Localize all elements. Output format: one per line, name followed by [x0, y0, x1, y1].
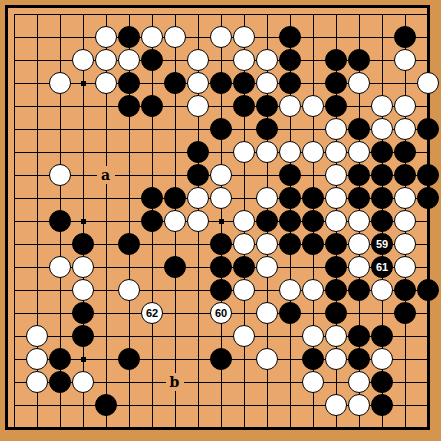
black-stone — [210, 233, 232, 255]
white-stone — [233, 49, 255, 71]
white-stone — [302, 371, 324, 393]
white-stone — [394, 256, 416, 278]
black-stone — [49, 371, 71, 393]
black-stone — [210, 256, 232, 278]
white-stone — [279, 279, 301, 301]
black-stone — [325, 256, 347, 278]
white-stone — [325, 325, 347, 347]
black-stone — [325, 233, 347, 255]
black-stone — [279, 302, 301, 324]
black-stone — [279, 187, 301, 209]
white-stone — [325, 210, 347, 232]
black-stone — [394, 279, 416, 301]
black-stone — [279, 233, 301, 255]
white-stone — [26, 371, 48, 393]
black-stone — [118, 95, 140, 117]
black-stone — [256, 118, 278, 140]
white-stone — [141, 26, 163, 48]
black-stone — [348, 325, 370, 347]
grid-line-horizontal — [14, 428, 429, 429]
white-stone — [256, 72, 278, 94]
white-stone — [325, 348, 347, 370]
black-stone — [233, 256, 255, 278]
star-point — [81, 357, 86, 362]
white-stone — [164, 26, 186, 48]
white-stone — [118, 279, 140, 301]
black-stone — [348, 118, 370, 140]
black-stone — [302, 187, 324, 209]
white-stone — [371, 348, 393, 370]
white-stone — [394, 210, 416, 232]
black-stone — [164, 187, 186, 209]
white-stone — [233, 233, 255, 255]
black-stone-move-61: 61 — [371, 256, 393, 278]
white-stone — [256, 233, 278, 255]
black-stone — [210, 348, 232, 370]
white-stone — [348, 141, 370, 163]
white-stone — [210, 164, 232, 186]
white-stone — [187, 95, 209, 117]
black-stone — [279, 210, 301, 232]
black-stone — [141, 95, 163, 117]
white-stone — [325, 118, 347, 140]
black-stone — [394, 164, 416, 186]
black-stone — [348, 348, 370, 370]
white-stone — [118, 49, 140, 71]
black-stone — [417, 164, 439, 186]
black-stone — [325, 72, 347, 94]
white-stone — [371, 279, 393, 301]
black-stone — [348, 164, 370, 186]
black-stone — [394, 26, 416, 48]
black-stone — [210, 118, 232, 140]
black-stone — [49, 210, 71, 232]
black-stone — [118, 348, 140, 370]
black-stone — [302, 210, 324, 232]
white-stone — [417, 72, 439, 94]
white-stone — [187, 210, 209, 232]
white-stone — [348, 394, 370, 416]
black-stone — [417, 118, 439, 140]
white-stone — [394, 233, 416, 255]
white-stone — [325, 394, 347, 416]
black-stone — [187, 141, 209, 163]
white-stone — [302, 95, 324, 117]
black-stone — [95, 394, 117, 416]
black-stone — [72, 325, 94, 347]
white-stone — [348, 72, 370, 94]
white-stone — [348, 371, 370, 393]
white-stone — [72, 371, 94, 393]
white-stone — [256, 302, 278, 324]
black-stone — [118, 72, 140, 94]
white-stone — [233, 279, 255, 301]
white-stone — [187, 49, 209, 71]
white-stone — [371, 118, 393, 140]
black-stone — [302, 348, 324, 370]
black-stone — [371, 371, 393, 393]
white-stone — [187, 72, 209, 94]
black-stone — [302, 233, 324, 255]
white-stone — [164, 210, 186, 232]
white-stone — [210, 26, 232, 48]
black-stone — [141, 49, 163, 71]
white-stone — [325, 141, 347, 163]
black-stone — [348, 279, 370, 301]
white-stone — [233, 210, 255, 232]
white-stone — [302, 279, 324, 301]
white-stone — [72, 256, 94, 278]
black-stone — [325, 49, 347, 71]
black-stone — [394, 302, 416, 324]
white-stone — [279, 95, 301, 117]
black-stone — [279, 49, 301, 71]
black-stone — [348, 49, 370, 71]
point-label-a: a — [97, 166, 115, 184]
white-stone — [210, 187, 232, 209]
white-stone — [233, 141, 255, 163]
black-stone — [325, 95, 347, 117]
white-stone — [72, 279, 94, 301]
black-stone — [118, 26, 140, 48]
black-stone — [164, 72, 186, 94]
black-stone — [371, 394, 393, 416]
white-stone — [95, 49, 117, 71]
star-point — [81, 219, 86, 224]
white-stone — [302, 141, 324, 163]
star-point — [219, 219, 224, 224]
black-stone — [72, 233, 94, 255]
white-stone — [49, 164, 71, 186]
white-stone — [95, 26, 117, 48]
point-label-b: b — [166, 373, 184, 391]
white-stone — [26, 325, 48, 347]
white-stone — [256, 141, 278, 163]
white-stone — [72, 49, 94, 71]
board-grid: 59616260ab — [0, 0, 441, 441]
go-board: 59616260ab — [0, 0, 441, 441]
black-stone — [371, 210, 393, 232]
black-stone — [187, 164, 209, 186]
white-stone-move-62: 62 — [141, 302, 163, 324]
black-stone-move-59: 59 — [371, 233, 393, 255]
black-stone — [371, 187, 393, 209]
black-stone — [279, 26, 301, 48]
black-stone — [279, 164, 301, 186]
white-stone — [348, 256, 370, 278]
white-stone — [49, 72, 71, 94]
black-stone — [164, 256, 186, 278]
white-stone — [394, 49, 416, 71]
white-stone — [348, 233, 370, 255]
black-stone — [394, 141, 416, 163]
black-stone — [141, 187, 163, 209]
black-stone — [49, 348, 71, 370]
white-stone — [233, 325, 255, 347]
black-stone — [371, 141, 393, 163]
black-stone — [210, 279, 232, 301]
white-stone — [394, 118, 416, 140]
white-stone — [187, 187, 209, 209]
white-stone — [279, 141, 301, 163]
black-stone — [210, 72, 232, 94]
white-stone — [348, 210, 370, 232]
black-stone — [256, 95, 278, 117]
black-stone — [118, 233, 140, 255]
black-stone — [72, 302, 94, 324]
white-stone — [256, 187, 278, 209]
white-stone — [325, 164, 347, 186]
black-stone — [371, 325, 393, 347]
black-stone — [279, 72, 301, 94]
white-stone — [371, 95, 393, 117]
black-stone — [233, 72, 255, 94]
white-stone — [26, 348, 48, 370]
white-stone — [302, 325, 324, 347]
white-stone — [394, 95, 416, 117]
black-stone — [233, 95, 255, 117]
black-stone — [325, 302, 347, 324]
white-stone — [256, 348, 278, 370]
black-stone — [325, 279, 347, 301]
white-stone — [95, 72, 117, 94]
white-stone — [49, 256, 71, 278]
white-stone-move-60: 60 — [210, 302, 232, 324]
black-stone — [371, 164, 393, 186]
black-stone — [417, 279, 439, 301]
white-stone — [394, 187, 416, 209]
white-stone — [256, 256, 278, 278]
black-stone — [141, 210, 163, 232]
white-stone — [256, 49, 278, 71]
black-stone — [417, 187, 439, 209]
white-stone — [325, 187, 347, 209]
black-stone — [256, 210, 278, 232]
white-stone — [233, 26, 255, 48]
black-stone — [348, 187, 370, 209]
star-point — [81, 81, 86, 86]
